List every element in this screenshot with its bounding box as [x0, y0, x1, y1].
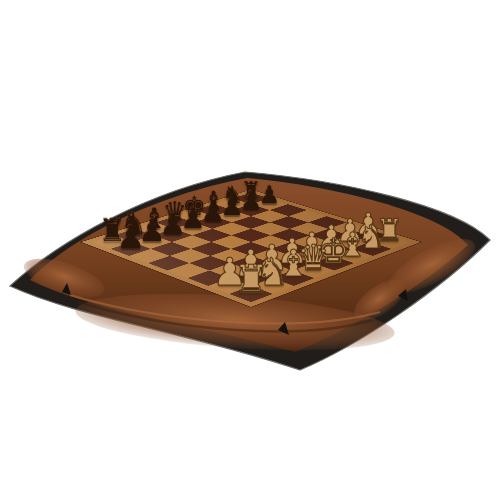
chess-set-photo: ♜♞♟♝♟♚♟♛♟♝♟♞♟♟♜♟♟♜♟♟♞♟♝♟♚♟♛♟♝♟♞♜: [0, 0, 500, 500]
